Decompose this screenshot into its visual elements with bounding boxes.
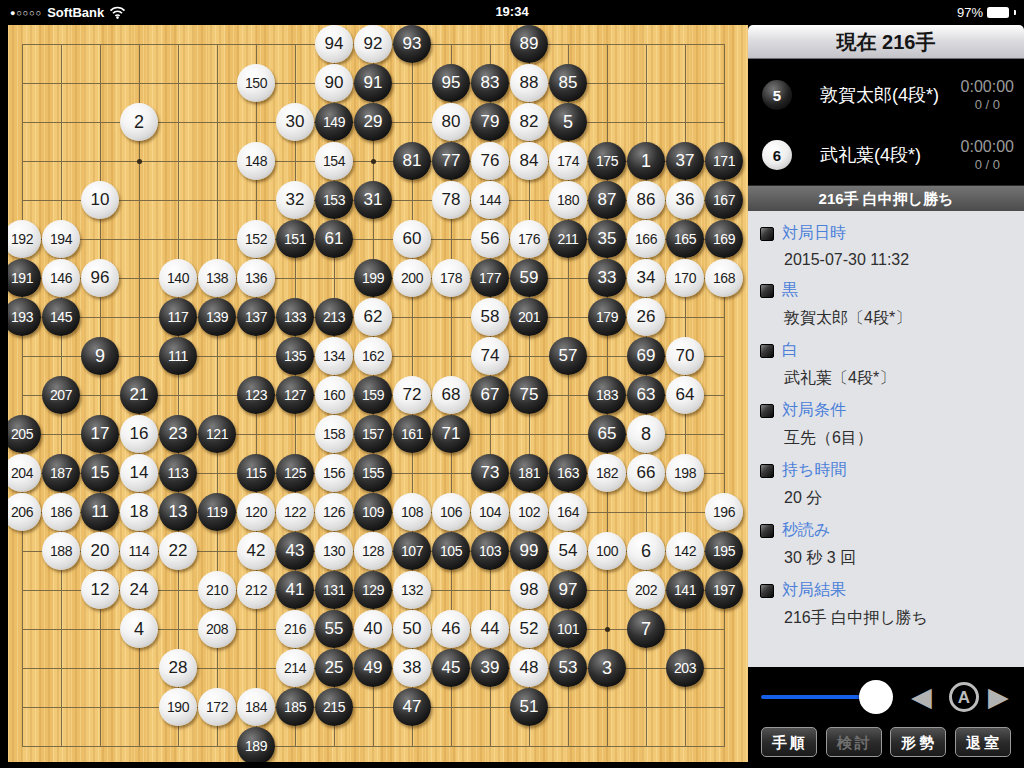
stone-33: 33 <box>588 259 626 297</box>
stone-129: 129 <box>354 571 392 609</box>
info-value: 2015-07-30 11:32 <box>760 251 1014 269</box>
stone-75: 75 <box>510 376 548 414</box>
stone-114: 114 <box>120 532 158 570</box>
grid-line <box>22 746 725 747</box>
stone-3: 3 <box>588 649 626 687</box>
stone-142: 142 <box>666 532 704 570</box>
stone-82: 82 <box>510 103 548 141</box>
stone-94: 94 <box>315 25 353 63</box>
stone-204: 204 <box>8 454 41 492</box>
stone-22: 22 <box>159 532 197 570</box>
stone-168: 168 <box>705 259 743 297</box>
stone-122: 122 <box>276 493 314 531</box>
stone-190: 190 <box>159 688 197 726</box>
stone-176: 176 <box>510 220 548 258</box>
stone-95: 95 <box>432 64 470 102</box>
stone-79: 79 <box>471 103 509 141</box>
player-row: 5敦賀太郎(4段*)0:00:000 / 0 <box>762 65 1014 125</box>
button-退室[interactable]: 退室 <box>955 727 1011 757</box>
stone-189: 189 <box>237 727 275 762</box>
stone-149: 149 <box>315 103 353 141</box>
bullet-icon <box>760 284 774 298</box>
bullet-icon <box>760 404 774 418</box>
stone-102: 102 <box>510 493 548 531</box>
info-item: 白武礼葉〔4段*〕 <box>760 340 1014 389</box>
stone-34: 34 <box>627 259 665 297</box>
stone-56: 56 <box>471 220 509 258</box>
stone-155: 155 <box>354 454 392 492</box>
stone-105: 105 <box>432 532 470 570</box>
bullet-icon <box>760 227 774 241</box>
stone-83: 83 <box>471 64 509 102</box>
stone-37: 37 <box>666 142 704 180</box>
info-label: 対局条件 <box>782 400 846 421</box>
stone-51: 51 <box>510 688 548 726</box>
stone-108: 108 <box>393 493 431 531</box>
stone-36: 36 <box>666 181 704 219</box>
stone-201: 201 <box>510 298 548 336</box>
stone-213: 213 <box>315 298 353 336</box>
stone-85: 85 <box>549 64 587 102</box>
star-point <box>605 627 610 632</box>
star-point <box>137 159 142 164</box>
stone-49: 49 <box>354 649 392 687</box>
info-item: 対局条件互先（6目） <box>760 400 1014 449</box>
stone-175: 175 <box>588 142 626 180</box>
stone-59: 59 <box>510 259 548 297</box>
slider-knob[interactable] <box>859 680 893 714</box>
stone-93: 93 <box>393 25 431 63</box>
stone-78: 78 <box>432 181 470 219</box>
bullet-icon <box>760 584 774 598</box>
stone-113: 113 <box>159 454 197 492</box>
stone-125: 125 <box>276 454 314 492</box>
stone-159: 159 <box>354 376 392 414</box>
stone-101: 101 <box>549 610 587 648</box>
stone-66: 66 <box>627 454 665 492</box>
stone-63: 63 <box>627 376 665 414</box>
stone-103: 103 <box>471 532 509 570</box>
stone-140: 140 <box>159 259 197 297</box>
stone-141: 141 <box>666 571 704 609</box>
game-info-sidebar: 現在 216手 5敦賀太郎(4段*)0:00:000 / 06武礼葉(4段*)0… <box>748 25 1024 768</box>
player-name: 敦賀太郎(4段*) <box>820 83 957 107</box>
stone-40: 40 <box>354 610 392 648</box>
stone-38: 38 <box>393 649 431 687</box>
stone-151: 151 <box>276 220 314 258</box>
stone-100: 100 <box>588 532 626 570</box>
stone-178: 178 <box>432 259 470 297</box>
stone-81: 81 <box>393 142 431 180</box>
stone-203: 203 <box>666 649 704 687</box>
bullet-icon <box>760 524 774 538</box>
stone-77: 77 <box>432 142 470 180</box>
stone-92: 92 <box>354 25 392 63</box>
stone-199: 199 <box>354 259 392 297</box>
stone-46: 46 <box>432 610 470 648</box>
stone-10: 10 <box>81 181 119 219</box>
stone-13: 13 <box>159 493 197 531</box>
stone-195: 195 <box>705 532 743 570</box>
bullet-icon <box>760 344 774 358</box>
stone-165: 165 <box>666 220 704 258</box>
stone-193: 193 <box>8 298 41 336</box>
stone-206: 206 <box>8 493 41 531</box>
info-item: 対局日時2015-07-30 11:32 <box>760 223 1014 269</box>
stone-98: 98 <box>510 571 548 609</box>
stone-139: 139 <box>198 298 236 336</box>
stone-134: 134 <box>315 337 353 375</box>
stone-76: 76 <box>471 142 509 180</box>
stone-136: 136 <box>237 259 275 297</box>
stone-72: 72 <box>393 376 431 414</box>
info-label: 秒読み <box>782 520 830 541</box>
button-手順[interactable]: 手順 <box>761 727 817 757</box>
stone-210: 210 <box>198 571 236 609</box>
stone-106: 106 <box>432 493 470 531</box>
stone-30: 30 <box>276 103 314 141</box>
stone-188: 188 <box>42 532 80 570</box>
stone-121: 121 <box>198 415 236 453</box>
stone-127: 127 <box>276 376 314 414</box>
game-info-panel: 対局日時2015-07-30 11:32黒敦賀太郎〔4段*〕白武礼葉〔4段*〕対… <box>748 211 1024 667</box>
info-label: 黒 <box>782 280 798 301</box>
stone-21: 21 <box>120 376 158 414</box>
stone-166: 166 <box>627 220 665 258</box>
stone-197: 197 <box>705 571 743 609</box>
stone-68: 68 <box>432 376 470 414</box>
info-item: 黒敦賀太郎〔4段*〕 <box>760 280 1014 329</box>
stone-162: 162 <box>354 337 392 375</box>
stone-179: 179 <box>588 298 626 336</box>
info-value: 敦賀太郎〔4段*〕 <box>760 308 1014 329</box>
stone-48: 48 <box>510 649 548 687</box>
stone-57: 57 <box>549 337 587 375</box>
stone-111: 111 <box>159 337 197 375</box>
stone-200: 200 <box>393 259 431 297</box>
stone-65: 65 <box>588 415 626 453</box>
info-item: 持ち時間20 分 <box>760 460 1014 509</box>
stone-144: 144 <box>471 181 509 219</box>
stone-35: 35 <box>588 220 626 258</box>
stone-70: 70 <box>666 337 704 375</box>
stone-23: 23 <box>159 415 197 453</box>
stone-148: 148 <box>237 142 275 180</box>
stone-69: 69 <box>627 337 665 375</box>
stone-170: 170 <box>666 259 704 297</box>
stone-119: 119 <box>198 493 236 531</box>
stone-207: 207 <box>42 376 80 414</box>
info-label: 対局結果 <box>782 580 846 601</box>
player-name: 武礼葉(4段*) <box>820 143 957 167</box>
stone-174: 174 <box>549 142 587 180</box>
info-item: 対局結果216手 白中押し勝ち <box>760 580 1014 629</box>
stone-52: 52 <box>510 610 548 648</box>
info-value: 20 分 <box>760 488 1014 509</box>
stone-32: 32 <box>276 181 314 219</box>
stone-182: 182 <box>588 454 626 492</box>
stone-91: 91 <box>354 64 392 102</box>
stone-87: 87 <box>588 181 626 219</box>
stone-80: 80 <box>432 103 470 141</box>
next-move-button[interactable]: ▶ <box>988 679 1009 715</box>
battery-percent: 97% <box>957 5 983 20</box>
stone-64: 64 <box>666 376 704 414</box>
stone-15: 15 <box>81 454 119 492</box>
stone-28: 28 <box>159 649 197 687</box>
stone-145: 145 <box>42 298 80 336</box>
white-stone-icon: 6 <box>762 140 792 170</box>
stone-29: 29 <box>354 103 392 141</box>
stone-24: 24 <box>120 571 158 609</box>
stone-132: 132 <box>393 571 431 609</box>
stone-2: 2 <box>120 103 158 141</box>
stone-17: 17 <box>81 415 119 453</box>
stone-164: 164 <box>549 493 587 531</box>
stone-133: 133 <box>276 298 314 336</box>
stone-47: 47 <box>393 688 431 726</box>
stone-50: 50 <box>393 610 431 648</box>
stone-185: 185 <box>276 688 314 726</box>
stone-135: 135 <box>276 337 314 375</box>
stone-97: 97 <box>549 571 587 609</box>
info-label: 対局日時 <box>782 223 846 244</box>
stone-45: 45 <box>432 649 470 687</box>
stone-117: 117 <box>159 298 197 336</box>
bullet-icon <box>760 464 774 478</box>
stone-9: 9 <box>81 337 119 375</box>
stone-146: 146 <box>42 259 80 297</box>
stone-160: 160 <box>315 376 353 414</box>
stone-55: 55 <box>315 610 353 648</box>
stone-158: 158 <box>315 415 353 453</box>
clock-time: 19:34 <box>0 4 1024 19</box>
stone-211: 211 <box>549 220 587 258</box>
stone-123: 123 <box>237 376 275 414</box>
stone-42: 42 <box>237 532 275 570</box>
stone-71: 71 <box>432 415 470 453</box>
stone-8: 8 <box>627 415 665 453</box>
stone-43: 43 <box>276 532 314 570</box>
stone-215: 215 <box>315 688 353 726</box>
player-clock: 0:00:000 / 0 <box>961 77 1014 113</box>
stone-181: 181 <box>510 454 548 492</box>
stone-74: 74 <box>471 337 509 375</box>
stone-25: 25 <box>315 649 353 687</box>
battery-icon <box>987 7 1009 18</box>
stone-187: 187 <box>42 454 80 492</box>
button-検討[interactable]: 検討 <box>826 727 882 757</box>
stone-1: 1 <box>627 142 665 180</box>
stone-212: 212 <box>237 571 275 609</box>
info-value: 30 秒 3 回 <box>760 548 1014 569</box>
stone-184: 184 <box>237 688 275 726</box>
stone-183: 183 <box>588 376 626 414</box>
stone-90: 90 <box>315 64 353 102</box>
player-row: 6武礼葉(4段*)0:00:000 / 0 <box>762 125 1014 185</box>
stone-14: 14 <box>120 454 158 492</box>
black-stone-icon: 5 <box>762 80 792 110</box>
stone-128: 128 <box>354 532 392 570</box>
stone-31: 31 <box>354 181 392 219</box>
stone-177: 177 <box>471 259 509 297</box>
stone-172: 172 <box>198 688 236 726</box>
stone-131: 131 <box>315 571 353 609</box>
grid-line <box>22 707 725 708</box>
stone-5: 5 <box>549 103 587 141</box>
star-point <box>371 159 376 164</box>
stone-84: 84 <box>510 142 548 180</box>
stone-156: 156 <box>315 454 353 492</box>
stone-191: 191 <box>8 259 41 297</box>
info-item: 秒読み30 秒 3 回 <box>760 520 1014 569</box>
stone-88: 88 <box>510 64 548 102</box>
playback-controls: ◀ A ▶ 手順検討形勢退室 <box>748 667 1024 768</box>
stone-20: 20 <box>81 532 119 570</box>
info-value: 216手 白中押し勝ち <box>760 608 1014 629</box>
stone-41: 41 <box>276 571 314 609</box>
stone-104: 104 <box>471 493 509 531</box>
stone-196: 196 <box>705 493 743 531</box>
stone-192: 192 <box>8 220 41 258</box>
stone-7: 7 <box>627 610 665 648</box>
stone-130: 130 <box>315 532 353 570</box>
stone-153: 153 <box>315 181 353 219</box>
stone-61: 61 <box>315 220 353 258</box>
stone-138: 138 <box>198 259 236 297</box>
button-形勢[interactable]: 形勢 <box>890 727 946 757</box>
stone-115: 115 <box>237 454 275 492</box>
result-bar: 216手 白中押し勝ち <box>748 185 1024 211</box>
stone-89: 89 <box>510 25 548 63</box>
move-slider[interactable] <box>761 677 911 717</box>
stone-198: 198 <box>666 454 704 492</box>
players-panel: 5敦賀太郎(4段*)0:00:000 / 06武礼葉(4段*)0:00:000 … <box>748 59 1024 185</box>
stone-152: 152 <box>237 220 275 258</box>
stone-54: 54 <box>549 532 587 570</box>
stone-107: 107 <box>393 532 431 570</box>
stone-99: 99 <box>510 532 548 570</box>
info-value: 互先（6目） <box>760 428 1014 449</box>
stone-167: 167 <box>705 181 743 219</box>
stone-67: 67 <box>471 376 509 414</box>
stone-26: 26 <box>627 298 665 336</box>
stone-60: 60 <box>393 220 431 258</box>
stone-157: 157 <box>354 415 392 453</box>
stone-216: 216 <box>276 610 314 648</box>
stone-120: 120 <box>237 493 275 531</box>
stone-16: 16 <box>120 415 158 453</box>
stone-6: 6 <box>627 532 665 570</box>
stone-53: 53 <box>549 649 587 687</box>
player-clock: 0:00:000 / 0 <box>961 137 1014 173</box>
stone-62: 62 <box>354 298 392 336</box>
stone-186: 186 <box>42 493 80 531</box>
stone-171: 171 <box>705 142 743 180</box>
go-board[interactable]: 9492938915090919583888523014929807982514… <box>8 25 748 762</box>
stone-86: 86 <box>627 181 665 219</box>
stone-18: 18 <box>120 493 158 531</box>
stone-161: 161 <box>393 415 431 453</box>
stone-44: 44 <box>471 610 509 648</box>
stone-137: 137 <box>237 298 275 336</box>
info-value: 武礼葉〔4段*〕 <box>760 368 1014 389</box>
stone-109: 109 <box>354 493 392 531</box>
stone-214: 214 <box>276 649 314 687</box>
auto-play-button[interactable]: A <box>949 682 979 712</box>
stone-202: 202 <box>627 571 665 609</box>
stone-154: 154 <box>315 142 353 180</box>
stone-205: 205 <box>8 415 41 453</box>
info-label: 白 <box>782 340 798 361</box>
stone-163: 163 <box>549 454 587 492</box>
stone-150: 150 <box>237 64 275 102</box>
stone-58: 58 <box>471 298 509 336</box>
prev-move-button[interactable]: ◀ <box>911 679 932 715</box>
stone-208: 208 <box>198 610 236 648</box>
stone-11: 11 <box>81 493 119 531</box>
stone-126: 126 <box>315 493 353 531</box>
status-bar: ●○○○○ SoftBank 19:34 97% <box>0 0 1024 25</box>
stone-73: 73 <box>471 454 509 492</box>
stone-194: 194 <box>42 220 80 258</box>
stone-12: 12 <box>81 571 119 609</box>
stone-4: 4 <box>120 610 158 648</box>
current-move-header: 現在 216手 <box>748 25 1024 59</box>
info-label: 持ち時間 <box>782 460 846 481</box>
stone-39: 39 <box>471 649 509 687</box>
stone-169: 169 <box>705 220 743 258</box>
stone-96: 96 <box>81 259 119 297</box>
stone-180: 180 <box>549 181 587 219</box>
